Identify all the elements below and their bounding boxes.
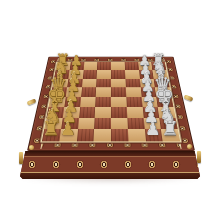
board-square[interactable] (127, 118, 144, 129)
mosaic-border-front (30, 141, 191, 149)
brass-knob-left-icon (29, 145, 34, 150)
board-square[interactable] (111, 79, 126, 88)
board-square[interactable] (127, 129, 145, 141)
piece-silver-rook[interactable]: ♜ (161, 119, 178, 138)
brass-knob-right-icon (187, 144, 192, 149)
piece-gold-rook[interactable]: ♜ (42, 119, 59, 138)
board-square[interactable] (94, 107, 110, 118)
board-square[interactable] (111, 97, 127, 107)
brass-latch-left-icon (19, 152, 23, 164)
board-square[interactable] (82, 70, 97, 78)
piece-silver-pawn[interactable]: ♟ (145, 121, 160, 138)
board-square[interactable] (126, 107, 143, 118)
board-square[interactable] (93, 129, 110, 141)
board-square[interactable] (124, 62, 138, 70)
board-square[interactable] (111, 87, 126, 96)
brass-pin-right-icon (184, 94, 194, 101)
board-square[interactable] (77, 118, 94, 129)
brass-pin-left-icon (27, 98, 37, 105)
board-square[interactable] (111, 70, 125, 78)
box-mosaic-band (20, 156, 200, 173)
board-square[interactable] (111, 118, 128, 129)
board-square[interactable] (81, 79, 96, 88)
board-square[interactable] (125, 79, 140, 88)
board-square[interactable] (111, 107, 127, 118)
board-square[interactable] (95, 97, 111, 107)
board-square[interactable] (126, 97, 142, 107)
storage-box (20, 151, 200, 179)
box-bottom-edge (20, 173, 200, 180)
board-square[interactable] (80, 87, 96, 96)
board-square[interactable] (76, 129, 94, 141)
board-square[interactable] (125, 87, 141, 96)
board-square[interactable] (111, 129, 128, 141)
board-square[interactable] (111, 62, 125, 70)
board-square[interactable] (79, 97, 95, 107)
board-square[interactable] (124, 70, 139, 78)
board-square[interactable] (96, 70, 110, 78)
board-square[interactable] (97, 62, 111, 70)
board-square[interactable] (94, 118, 111, 129)
board-square[interactable] (95, 87, 110, 96)
product-photo-chess-set: ♜♟♟♜♞♟♟♞♝♟♟♝♛♟♟♛♚♟♟♚♝♟♟♝♞♟♟♞♜♟♟♜ (0, 0, 220, 220)
board-square[interactable] (96, 79, 111, 88)
board-square[interactable] (83, 62, 97, 70)
piece-gold-pawn[interactable]: ♟ (60, 121, 75, 138)
board-square[interactable] (78, 107, 95, 118)
brass-latch-right-icon (197, 151, 201, 163)
